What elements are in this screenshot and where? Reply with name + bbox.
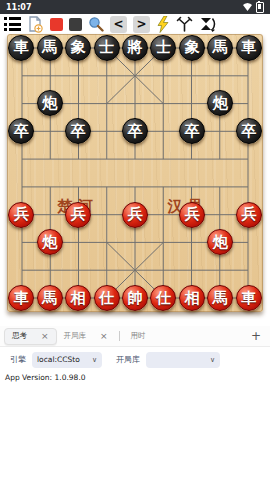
board-point[interactable] — [64, 229, 92, 257]
board-point[interactable]: 士 — [149, 34, 177, 62]
board-point[interactable]: 馬 — [206, 284, 234, 312]
tab-time-used[interactable]: 用时 — [124, 328, 153, 345]
board-point[interactable] — [92, 173, 120, 201]
board-point[interactable]: 象 — [64, 34, 92, 62]
piece-glyph: 兵 — [184, 207, 199, 222]
board-point[interactable] — [178, 62, 206, 90]
board-point[interactable] — [64, 145, 92, 173]
board-point[interactable]: 將 — [121, 34, 149, 62]
pieces-layer: 車馬象士將士象馬車炮炮卒卒卒卒卒兵兵兵兵兵炮炮車馬相仕帥仕相馬車 — [7, 34, 263, 312]
app-version: App Version: 1.0.98.0 — [5, 373, 86, 382]
tab-label: 用时 — [131, 331, 146, 341]
board-point[interactable] — [235, 229, 263, 257]
board-point[interactable]: 卒 — [7, 117, 35, 145]
tab-label: 思考 — [12, 331, 27, 341]
board-point[interactable] — [92, 256, 120, 284]
board-point[interactable] — [178, 90, 206, 118]
board-point[interactable] — [64, 256, 92, 284]
app-screen: 11:07 — [0, 0, 270, 480]
piece-glyph: 馬 — [42, 291, 57, 306]
board-point[interactable] — [35, 173, 63, 201]
piece-glyph: 仕 — [99, 291, 114, 306]
board-point[interactable]: 象 — [178, 34, 206, 62]
board-point[interactable] — [7, 90, 35, 118]
piece-glyph: 卒 — [184, 124, 199, 139]
board-point[interactable]: 炮 — [206, 90, 234, 118]
board-point[interactable] — [35, 145, 63, 173]
piece-glyph: 卒 — [71, 124, 86, 139]
tab-opening-book[interactable]: 开局库 × — [57, 328, 115, 345]
piece-glyph: 仕 — [156, 291, 171, 306]
red-piece-兵[interactable]: 兵 — [8, 202, 34, 228]
board-point[interactable] — [206, 256, 234, 284]
board-point[interactable]: 仕 — [149, 284, 177, 312]
book-label: 开局库 — [116, 354, 140, 365]
board-point[interactable]: 卒 — [64, 117, 92, 145]
board-point[interactable] — [35, 117, 63, 145]
board-point[interactable] — [149, 117, 177, 145]
board-point[interactable] — [149, 173, 177, 201]
board-point[interactable]: 兵 — [178, 201, 206, 229]
black-piece-馬[interactable]: 馬 — [207, 35, 233, 61]
board-point[interactable] — [206, 201, 234, 229]
black-piece-士[interactable]: 士 — [150, 35, 176, 61]
piece-glyph: 炮 — [213, 235, 228, 250]
board-point[interactable] — [92, 90, 120, 118]
red-piece-炮[interactable]: 炮 — [37, 229, 63, 255]
piece-glyph: 兵 — [71, 207, 86, 222]
piece-glyph: 馬 — [213, 40, 228, 55]
black-piece-士[interactable]: 士 — [94, 35, 120, 61]
board-point[interactable]: 兵 — [7, 201, 35, 229]
panel-tabbar: 思考 × 开局库 × 用时 + — [0, 326, 270, 347]
red-piece-帥[interactable]: 帥 — [122, 285, 148, 311]
piece-glyph: 炮 — [42, 96, 57, 111]
piece-glyph: 兵 — [241, 207, 256, 222]
board-point[interactable] — [149, 229, 177, 257]
board-point[interactable]: 士 — [92, 34, 120, 62]
red-square-icon — [50, 18, 63, 31]
board-point[interactable] — [235, 90, 263, 118]
board-point[interactable] — [206, 145, 234, 173]
board-point[interactable] — [149, 201, 177, 229]
board-point[interactable]: 炮 — [35, 229, 63, 257]
piece-glyph: 象 — [184, 40, 199, 55]
toolbar: < > — [0, 14, 270, 34]
red-piece-相[interactable]: 相 — [179, 285, 205, 311]
red-piece-兵[interactable]: 兵 — [236, 202, 262, 228]
black-piece-卒[interactable]: 卒 — [179, 118, 205, 144]
engine-select[interactable]: local:CCSto ∨ — [32, 352, 102, 368]
board-point[interactable] — [149, 256, 177, 284]
board-point[interactable] — [149, 145, 177, 173]
piece-glyph: 相 — [71, 291, 86, 306]
status-icons — [243, 2, 264, 13]
red-piece-仕[interactable]: 仕 — [150, 285, 176, 311]
add-tab-button[interactable]: + — [251, 329, 261, 343]
board-point[interactable]: 車 — [235, 284, 263, 312]
red-piece-兵[interactable]: 兵 — [122, 202, 148, 228]
flip-board-icon — [199, 16, 217, 32]
board-point[interactable] — [7, 145, 35, 173]
board-point[interactable]: 炮 — [35, 90, 63, 118]
search-button[interactable] — [88, 15, 104, 33]
forward-button[interactable]: > — [133, 16, 150, 33]
engine-go-button[interactable] — [156, 15, 170, 33]
piece-glyph: 車 — [14, 291, 29, 306]
board-point[interactable]: 馬 — [206, 34, 234, 62]
engine-label: 引擎 — [10, 354, 26, 365]
board-point[interactable] — [235, 256, 263, 284]
board-point[interactable]: 車 — [7, 34, 35, 62]
board-point[interactable] — [206, 62, 234, 90]
board-point[interactable] — [235, 173, 263, 201]
board-point[interactable]: 相 — [64, 284, 92, 312]
black-piece-炮[interactable]: 炮 — [207, 90, 233, 116]
board-point[interactable] — [121, 145, 149, 173]
board-point[interactable] — [121, 90, 149, 118]
board-point[interactable] — [121, 173, 149, 201]
black-square-icon — [69, 18, 82, 31]
piece-glyph: 士 — [156, 40, 171, 55]
board-point[interactable]: 車 — [235, 34, 263, 62]
board-point[interactable] — [35, 62, 63, 90]
red-piece-兵[interactable]: 兵 — [65, 202, 91, 228]
board-point[interactable] — [206, 117, 234, 145]
board-point[interactable]: 帥 — [121, 284, 149, 312]
piece-glyph: 車 — [241, 40, 256, 55]
piece-glyph: 馬 — [213, 291, 228, 306]
board-point[interactable]: 相 — [178, 284, 206, 312]
piece-glyph: 帥 — [127, 291, 142, 306]
back-button[interactable]: < — [110, 16, 127, 33]
board-point[interactable] — [92, 201, 120, 229]
board-point[interactable] — [121, 229, 149, 257]
search-icon — [88, 16, 104, 32]
board-point[interactable] — [178, 229, 206, 257]
black-side-button[interactable] — [69, 15, 82, 33]
new-file-icon — [27, 16, 44, 33]
piece-glyph: 車 — [14, 40, 29, 55]
piece-glyph: 兵 — [14, 207, 29, 222]
branch-button[interactable] — [176, 15, 193, 33]
board-point[interactable] — [92, 117, 120, 145]
close-icon[interactable]: × — [100, 331, 108, 341]
red-side-button[interactable] — [50, 15, 63, 33]
close-icon[interactable]: × — [41, 331, 49, 341]
red-piece-車[interactable]: 車 — [236, 285, 262, 311]
lightning-icon — [156, 16, 170, 33]
board-point[interactable]: 炮 — [206, 229, 234, 257]
piece-glyph: 炮 — [213, 96, 228, 111]
xiangqi-board[interactable]: 楚河 汉界 車馬象士將士象馬車炮炮卒卒卒卒卒兵兵兵兵兵炮炮車馬相仕帥仕相馬車 — [7, 34, 263, 312]
red-piece-炮[interactable]: 炮 — [207, 229, 233, 255]
board-point[interactable] — [235, 145, 263, 173]
board-point[interactable] — [64, 90, 92, 118]
board-point[interactable] — [235, 62, 263, 90]
red-piece-相[interactable]: 相 — [65, 285, 91, 311]
black-piece-馬[interactable]: 馬 — [37, 35, 63, 61]
tab-label: 开局库 — [64, 331, 87, 341]
piece-glyph: 馬 — [42, 40, 57, 55]
board-point[interactable] — [121, 62, 149, 90]
status-bar: 11:07 — [0, 0, 270, 14]
board-point[interactable] — [64, 173, 92, 201]
board-point[interactable] — [92, 62, 120, 90]
black-piece-車[interactable]: 車 — [8, 35, 34, 61]
black-piece-炮[interactable]: 炮 — [37, 90, 63, 116]
black-piece-象[interactable]: 象 — [65, 35, 91, 61]
board-point[interactable] — [35, 201, 63, 229]
chevron-down-icon: ∨ — [210, 356, 215, 364]
board-point[interactable] — [35, 256, 63, 284]
board-point[interactable]: 仕 — [92, 284, 120, 312]
book-select[interactable]: ∨ — [146, 352, 220, 368]
engine-value: local:CCSto — [37, 355, 80, 364]
new-game-button[interactable] — [27, 15, 44, 33]
engine-panel: 引擎 local:CCSto ∨ 开局库 ∨ — [0, 349, 270, 370]
board-point[interactable] — [7, 256, 35, 284]
black-piece-卒[interactable]: 卒 — [65, 118, 91, 144]
red-piece-車[interactable]: 車 — [8, 285, 34, 311]
piece-glyph: 炮 — [42, 235, 57, 250]
board-point[interactable]: 兵 — [235, 201, 263, 229]
board-point[interactable] — [149, 90, 177, 118]
board-point[interactable] — [7, 62, 35, 90]
battery-icon — [256, 2, 264, 13]
board-point[interactable] — [178, 256, 206, 284]
red-piece-仕[interactable]: 仕 — [94, 285, 120, 311]
red-piece-兵[interactable]: 兵 — [179, 202, 205, 228]
board-point[interactable]: 卒 — [121, 117, 149, 145]
board-point[interactable]: 兵 — [64, 201, 92, 229]
chevron-down-icon: ∨ — [92, 356, 97, 364]
piece-glyph: 士 — [99, 40, 114, 55]
black-piece-將[interactable]: 將 — [122, 35, 148, 61]
piece-glyph: 車 — [241, 291, 256, 306]
menu-icon — [4, 17, 21, 31]
tab-thinking[interactable]: 思考 × — [4, 328, 57, 345]
tab-divider — [119, 331, 120, 341]
red-piece-馬[interactable]: 馬 — [37, 285, 63, 311]
piece-glyph: 卒 — [127, 124, 142, 139]
black-piece-卒[interactable]: 卒 — [122, 118, 148, 144]
menu-button[interactable] — [4, 15, 21, 33]
board-point[interactable]: 卒 — [235, 117, 263, 145]
black-piece-卒[interactable]: 卒 — [236, 118, 262, 144]
board-point[interactable] — [121, 256, 149, 284]
flip-board-button[interactable] — [199, 15, 217, 33]
board-point[interactable]: 馬 — [35, 284, 63, 312]
piece-glyph: 相 — [184, 291, 199, 306]
board-point[interactable] — [149, 62, 177, 90]
clock: 11:07 — [6, 3, 31, 12]
board-point[interactable] — [178, 145, 206, 173]
board-point[interactable] — [92, 229, 120, 257]
board-point[interactable] — [178, 173, 206, 201]
board-point[interactable]: 馬 — [35, 34, 63, 62]
board-point[interactable]: 車 — [7, 284, 35, 312]
board-point[interactable] — [92, 145, 120, 173]
branch-icon — [176, 16, 193, 32]
board-point[interactable]: 兵 — [121, 201, 149, 229]
black-piece-象[interactable]: 象 — [179, 35, 205, 61]
black-piece-車[interactable]: 車 — [236, 35, 262, 61]
board-point[interactable] — [206, 173, 234, 201]
red-piece-馬[interactable]: 馬 — [207, 285, 233, 311]
board-point[interactable] — [7, 173, 35, 201]
piece-glyph: 兵 — [127, 207, 142, 222]
piece-glyph: 卒 — [241, 124, 256, 139]
piece-glyph: 將 — [127, 40, 142, 55]
black-piece-卒[interactable]: 卒 — [8, 118, 34, 144]
wifi-icon — [243, 3, 252, 11]
piece-glyph: 象 — [71, 40, 86, 55]
board-point[interactable] — [64, 62, 92, 90]
board-point[interactable]: 卒 — [178, 117, 206, 145]
board-point[interactable] — [7, 229, 35, 257]
piece-glyph: 卒 — [14, 124, 29, 139]
